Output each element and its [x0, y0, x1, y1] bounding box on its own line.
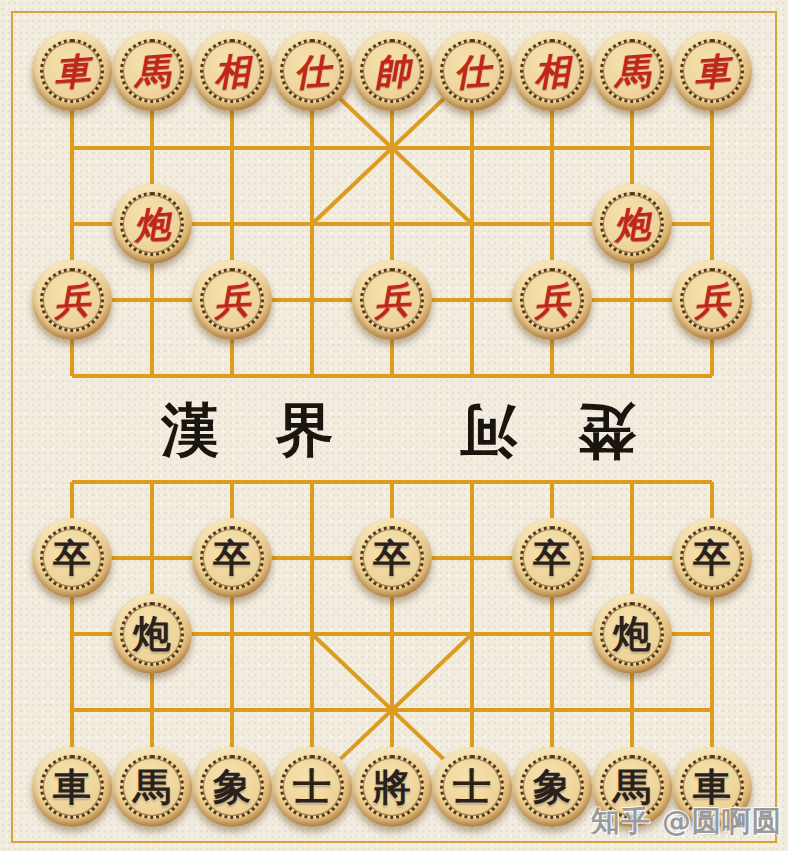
piece-ornament-ring: 炮 — [600, 602, 664, 666]
piece-red-cannon[interactable]: 炮 — [592, 186, 672, 262]
piece-disc: 車 — [32, 747, 112, 827]
piece-disc: 帥 — [352, 31, 432, 111]
piece-ornament-ring: 卒 — [680, 526, 744, 590]
piece-ornament-ring: 相 — [200, 39, 264, 103]
piece-character: 卒 — [53, 539, 91, 577]
piece-red-elephant[interactable]: 相 — [192, 32, 272, 110]
piece-character: 兵 — [533, 281, 571, 319]
piece-black-soldier[interactable]: 卒 — [672, 520, 752, 596]
piece-disc: 炮 — [592, 594, 672, 674]
piece-disc: 炮 — [112, 184, 192, 264]
piece-character: 兵 — [53, 281, 91, 319]
piece-ornament-ring: 卒 — [520, 526, 584, 590]
piece-red-elephant[interactable]: 相 — [512, 32, 592, 110]
piece-ornament-ring: 馬 — [600, 39, 664, 103]
xiangqi-board[interactable]: 漢 界 河 楚 車馬相仕帥仕相馬車炮炮兵兵兵兵兵卒卒卒卒卒炮炮車馬象士將士象馬車… — [0, 0, 788, 851]
piece-black-cannon[interactable]: 炮 — [592, 596, 672, 672]
piece-character: 車 — [693, 768, 731, 806]
piece-ornament-ring: 將 — [360, 755, 424, 819]
piece-character: 士 — [453, 768, 491, 806]
piece-ornament-ring: 炮 — [120, 602, 184, 666]
piece-character: 炮 — [133, 205, 171, 243]
piece-disc: 仕 — [432, 31, 512, 111]
piece-disc: 馬 — [112, 31, 192, 111]
piece-black-elephant[interactable]: 象 — [192, 748, 272, 826]
piece-red-advisor[interactable]: 仕 — [432, 32, 512, 110]
piece-ornament-ring: 車 — [40, 755, 104, 819]
piece-disc: 士 — [272, 747, 352, 827]
piece-black-soldier[interactable]: 卒 — [32, 520, 112, 596]
piece-disc: 士 — [432, 747, 512, 827]
piece-ornament-ring: 仕 — [280, 39, 344, 103]
piece-ornament-ring: 兵 — [200, 268, 264, 332]
piece-ornament-ring: 象 — [200, 755, 264, 819]
piece-character: 象 — [533, 768, 571, 806]
piece-black-soldier[interactable]: 卒 — [352, 520, 432, 596]
piece-red-advisor[interactable]: 仕 — [272, 32, 352, 110]
piece-character: 帥 — [373, 52, 411, 90]
piece-black-chariot[interactable]: 車 — [32, 748, 112, 826]
piece-red-cannon[interactable]: 炮 — [112, 186, 192, 262]
piece-disc: 象 — [512, 747, 592, 827]
piece-disc: 卒 — [512, 518, 592, 598]
piece-character: 將 — [373, 768, 411, 806]
piece-red-chariot[interactable]: 車 — [672, 32, 752, 110]
piece-character: 馬 — [133, 768, 171, 806]
piece-ornament-ring: 兵 — [680, 268, 744, 332]
piece-black-cannon[interactable]: 炮 — [112, 596, 192, 672]
piece-disc: 卒 — [32, 518, 112, 598]
piece-black-advisor[interactable]: 士 — [272, 748, 352, 826]
piece-red-horse[interactable]: 馬 — [592, 32, 672, 110]
piece-red-soldier[interactable]: 兵 — [672, 262, 752, 338]
piece-character: 仕 — [293, 52, 331, 90]
piece-disc: 相 — [512, 31, 592, 111]
piece-ornament-ring: 車 — [40, 39, 104, 103]
piece-black-soldier[interactable]: 卒 — [512, 520, 592, 596]
board-grid[interactable]: 車馬相仕帥仕相馬車炮炮兵兵兵兵兵卒卒卒卒卒炮炮車馬象士將士象馬車 — [32, 32, 752, 826]
piece-disc: 相 — [192, 31, 272, 111]
piece-disc: 炮 — [592, 184, 672, 264]
piece-disc: 馬 — [592, 31, 672, 111]
piece-red-soldier[interactable]: 兵 — [352, 262, 432, 338]
piece-red-horse[interactable]: 馬 — [112, 32, 192, 110]
piece-disc: 兵 — [192, 260, 272, 340]
piece-character: 相 — [213, 52, 251, 90]
piece-ornament-ring: 兵 — [520, 268, 584, 332]
piece-character: 炮 — [613, 205, 651, 243]
piece-disc: 車 — [32, 31, 112, 111]
piece-character: 炮 — [613, 615, 651, 653]
piece-ornament-ring: 炮 — [600, 192, 664, 256]
piece-character: 馬 — [613, 768, 651, 806]
piece-character: 卒 — [693, 539, 731, 577]
piece-black-horse[interactable]: 馬 — [112, 748, 192, 826]
piece-disc: 仕 — [272, 31, 352, 111]
piece-character: 兵 — [373, 281, 411, 319]
piece-black-advisor[interactable]: 士 — [432, 748, 512, 826]
piece-disc: 兵 — [512, 260, 592, 340]
piece-ornament-ring: 車 — [680, 39, 744, 103]
watermark-text: 知乎 @圆啊圆 — [591, 802, 782, 842]
piece-ornament-ring: 相 — [520, 39, 584, 103]
piece-character: 炮 — [133, 615, 171, 653]
piece-character: 車 — [53, 52, 91, 90]
piece-ornament-ring: 兵 — [40, 268, 104, 332]
piece-ornament-ring: 炮 — [120, 192, 184, 256]
piece-disc: 車 — [672, 31, 752, 111]
piece-red-general[interactable]: 帥 — [352, 32, 432, 110]
piece-character: 卒 — [533, 539, 571, 577]
piece-disc: 兵 — [672, 260, 752, 340]
piece-red-soldier[interactable]: 兵 — [512, 262, 592, 338]
piece-character: 卒 — [373, 539, 411, 577]
piece-disc: 卒 — [192, 518, 272, 598]
piece-red-soldier[interactable]: 兵 — [192, 262, 272, 338]
piece-disc: 象 — [192, 747, 272, 827]
piece-ornament-ring: 仕 — [440, 39, 504, 103]
piece-black-general[interactable]: 將 — [352, 748, 432, 826]
piece-character: 象 — [213, 768, 251, 806]
piece-black-elephant[interactable]: 象 — [512, 748, 592, 826]
piece-character: 士 — [293, 768, 331, 806]
piece-ornament-ring: 馬 — [120, 755, 184, 819]
piece-ornament-ring: 卒 — [200, 526, 264, 590]
piece-character: 車 — [53, 768, 91, 806]
piece-character: 卒 — [213, 539, 251, 577]
piece-ornament-ring: 兵 — [360, 268, 424, 332]
piece-character: 兵 — [693, 281, 731, 319]
piece-disc: 兵 — [32, 260, 112, 340]
piece-character: 馬 — [133, 52, 171, 90]
piece-character: 相 — [533, 52, 571, 90]
piece-ornament-ring: 卒 — [360, 526, 424, 590]
piece-ornament-ring: 士 — [280, 755, 344, 819]
piece-disc: 卒 — [352, 518, 432, 598]
piece-character: 馬 — [613, 52, 651, 90]
piece-ornament-ring: 馬 — [120, 39, 184, 103]
piece-character: 兵 — [213, 281, 251, 319]
piece-disc: 將 — [352, 747, 432, 827]
piece-ornament-ring: 卒 — [40, 526, 104, 590]
piece-disc: 卒 — [672, 518, 752, 598]
piece-ornament-ring: 帥 — [360, 39, 424, 103]
piece-ornament-ring: 士 — [440, 755, 504, 819]
piece-red-chariot[interactable]: 車 — [32, 32, 112, 110]
piece-disc: 炮 — [112, 594, 192, 674]
piece-ornament-ring: 象 — [520, 755, 584, 819]
piece-character: 仕 — [453, 52, 491, 90]
piece-red-soldier[interactable]: 兵 — [32, 262, 112, 338]
piece-black-soldier[interactable]: 卒 — [192, 520, 272, 596]
piece-disc: 馬 — [112, 747, 192, 827]
piece-character: 車 — [693, 52, 731, 90]
piece-disc: 兵 — [352, 260, 432, 340]
